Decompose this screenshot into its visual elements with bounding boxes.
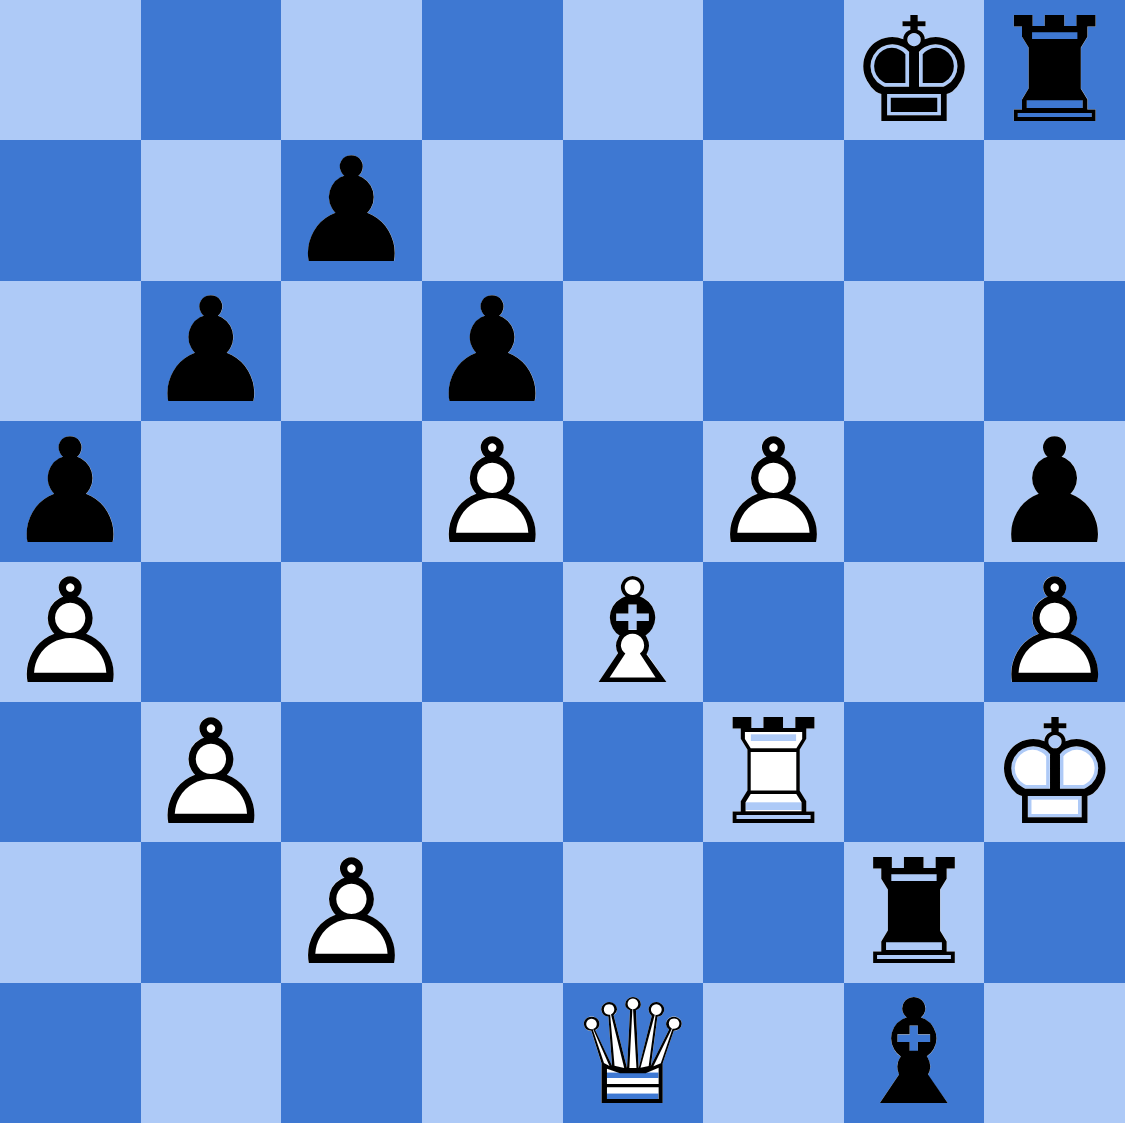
square-d2[interactable] [422, 842, 563, 982]
square-c1[interactable] [281, 983, 422, 1123]
square-f5[interactable]: ♟♙ [703, 421, 844, 561]
square-g3[interactable] [844, 702, 985, 842]
square-e5[interactable] [563, 421, 704, 561]
chess-board: ♔♚♖♜♙♟♙♟♙♟♙♟♟♙♟♙♙♟♟♙♝♗♟♙♟♙♜♖♚♔♟♙♖♜♛♕♗♝ [0, 0, 1125, 1123]
piece-glyph-outline: ♟ [281, 140, 422, 280]
square-h2[interactable] [984, 842, 1125, 982]
square-h3[interactable]: ♚♔ [984, 702, 1125, 842]
square-d6[interactable]: ♙♟ [422, 281, 563, 421]
piece-black-rook[interactable]: ♖♜ [984, 0, 1125, 140]
square-g5[interactable] [844, 421, 985, 561]
square-d1[interactable] [422, 983, 563, 1123]
square-d5[interactable]: ♟♙ [422, 421, 563, 561]
piece-glyph-outline: ♔ [984, 702, 1125, 842]
piece-black-rook[interactable]: ♖♜ [844, 842, 985, 982]
piece-white-pawn[interactable]: ♟♙ [422, 421, 563, 561]
square-h6[interactable] [984, 281, 1125, 421]
square-d7[interactable] [422, 140, 563, 280]
square-a6[interactable] [0, 281, 141, 421]
square-b8[interactable] [141, 0, 282, 140]
square-c2[interactable]: ♟♙ [281, 842, 422, 982]
piece-white-rook[interactable]: ♜♖ [703, 702, 844, 842]
square-a8[interactable] [0, 0, 141, 140]
piece-glyph-outline: ♙ [984, 562, 1125, 702]
piece-glyph-outline: ♗ [563, 562, 704, 702]
piece-white-queen[interactable]: ♛♕ [563, 983, 704, 1123]
square-d8[interactable] [422, 0, 563, 140]
square-f6[interactable] [703, 281, 844, 421]
square-f8[interactable] [703, 0, 844, 140]
piece-glyph-outline: ♟ [984, 421, 1125, 561]
piece-glyph-outline: ♙ [422, 421, 563, 561]
piece-glyph-outline: ♕ [563, 983, 704, 1123]
square-g8[interactable]: ♔♚ [844, 0, 985, 140]
piece-white-pawn[interactable]: ♟♙ [141, 702, 282, 842]
square-e7[interactable] [563, 140, 704, 280]
square-e2[interactable] [563, 842, 704, 982]
piece-glyph-outline: ♟ [141, 281, 282, 421]
square-g6[interactable] [844, 281, 985, 421]
square-e8[interactable] [563, 0, 704, 140]
square-g7[interactable] [844, 140, 985, 280]
piece-black-pawn[interactable]: ♙♟ [281, 140, 422, 280]
square-a5[interactable]: ♙♟ [0, 421, 141, 561]
piece-white-pawn[interactable]: ♟♙ [984, 562, 1125, 702]
square-g2[interactable]: ♖♜ [844, 842, 985, 982]
square-h1[interactable] [984, 983, 1125, 1123]
piece-glyph-outline: ♙ [703, 421, 844, 561]
piece-black-pawn[interactable]: ♙♟ [422, 281, 563, 421]
square-c7[interactable]: ♙♟ [281, 140, 422, 280]
piece-glyph-outline: ♙ [0, 562, 141, 702]
square-e6[interactable] [563, 281, 704, 421]
square-f4[interactable] [703, 562, 844, 702]
square-c6[interactable] [281, 281, 422, 421]
square-e3[interactable] [563, 702, 704, 842]
piece-glyph-outline: ♟ [422, 281, 563, 421]
square-d3[interactable] [422, 702, 563, 842]
piece-glyph-outline: ♟ [0, 421, 141, 561]
piece-glyph-outline: ♙ [141, 702, 282, 842]
square-f1[interactable] [703, 983, 844, 1123]
square-f3[interactable]: ♜♖ [703, 702, 844, 842]
square-a2[interactable] [0, 842, 141, 982]
square-a3[interactable] [0, 702, 141, 842]
square-f7[interactable] [703, 140, 844, 280]
piece-white-pawn[interactable]: ♟♙ [0, 562, 141, 702]
square-h5[interactable]: ♙♟ [984, 421, 1125, 561]
chess-board-window: ♔♚♖♜♙♟♙♟♙♟♙♟♟♙♟♙♙♟♟♙♝♗♟♙♟♙♜♖♚♔♟♙♖♜♛♕♗♝ [0, 0, 1125, 1123]
square-c5[interactable] [281, 421, 422, 561]
square-b4[interactable] [141, 562, 282, 702]
piece-white-king[interactable]: ♚♔ [984, 702, 1125, 842]
square-c8[interactable] [281, 0, 422, 140]
square-b3[interactable]: ♟♙ [141, 702, 282, 842]
piece-white-pawn[interactable]: ♟♙ [281, 842, 422, 982]
square-f2[interactable] [703, 842, 844, 982]
piece-glyph-outline: ♜ [844, 842, 985, 982]
square-h7[interactable] [984, 140, 1125, 280]
square-e1[interactable]: ♛♕ [563, 983, 704, 1123]
piece-glyph-outline: ♙ [281, 842, 422, 982]
square-b7[interactable] [141, 140, 282, 280]
piece-black-bishop[interactable]: ♗♝ [844, 983, 985, 1123]
piece-glyph-outline: ♚ [844, 0, 985, 140]
piece-glyph-outline: ♝ [844, 983, 985, 1123]
square-h8[interactable]: ♖♜ [984, 0, 1125, 140]
square-e4[interactable]: ♝♗ [563, 562, 704, 702]
piece-white-bishop[interactable]: ♝♗ [563, 562, 704, 702]
square-a1[interactable] [0, 983, 141, 1123]
square-b2[interactable] [141, 842, 282, 982]
square-a7[interactable] [0, 140, 141, 280]
square-b6[interactable]: ♙♟ [141, 281, 282, 421]
square-b1[interactable] [141, 983, 282, 1123]
square-h4[interactable]: ♟♙ [984, 562, 1125, 702]
piece-white-pawn[interactable]: ♟♙ [703, 421, 844, 561]
piece-black-pawn[interactable]: ♙♟ [984, 421, 1125, 561]
square-c3[interactable] [281, 702, 422, 842]
piece-glyph-outline: ♜ [984, 0, 1125, 140]
square-d4[interactable] [422, 562, 563, 702]
square-g4[interactable] [844, 562, 985, 702]
piece-black-king[interactable]: ♔♚ [844, 0, 985, 140]
piece-black-pawn[interactable]: ♙♟ [141, 281, 282, 421]
piece-black-pawn[interactable]: ♙♟ [0, 421, 141, 561]
square-b5[interactable] [141, 421, 282, 561]
square-c4[interactable] [281, 562, 422, 702]
square-a4[interactable]: ♟♙ [0, 562, 141, 702]
square-g1[interactable]: ♗♝ [844, 983, 985, 1123]
piece-glyph-outline: ♖ [703, 702, 844, 842]
